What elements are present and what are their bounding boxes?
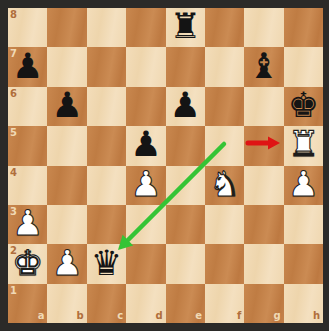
square-h4[interactable]: ♟ [284, 166, 323, 205]
square-e4[interactable] [166, 166, 205, 205]
rank-label-8: 8 [10, 10, 17, 20]
square-d7[interactable] [126, 47, 165, 86]
square-b1[interactable]: b [47, 284, 86, 323]
file-label-h: h [313, 311, 320, 321]
black-rook[interactable]: ♜ [170, 9, 201, 44]
square-h1[interactable]: h [284, 284, 323, 323]
square-h8[interactable] [284, 8, 323, 47]
white-king[interactable]: ♚ [12, 246, 43, 281]
square-h7[interactable] [284, 47, 323, 86]
square-d1[interactable]: d [126, 284, 165, 323]
square-c4[interactable] [87, 166, 126, 205]
file-label-g: g [274, 311, 281, 321]
square-h5[interactable]: ♜ [284, 126, 323, 165]
square-f4[interactable]: ♞ [205, 166, 244, 205]
square-g7[interactable]: ♝ [244, 47, 283, 86]
file-label-b: b [77, 311, 84, 321]
black-pawn[interactable]: ♟ [130, 127, 161, 162]
rank-label-5: 5 [10, 128, 17, 138]
square-f6[interactable] [205, 87, 244, 126]
square-g1[interactable]: g [244, 284, 283, 323]
square-c5[interactable] [87, 126, 126, 165]
rank-label-1: 1 [10, 286, 17, 296]
square-e5[interactable] [166, 126, 205, 165]
square-b4[interactable] [47, 166, 86, 205]
square-f2[interactable] [205, 244, 244, 283]
square-d8[interactable] [126, 8, 165, 47]
square-a1[interactable]: 1a [8, 284, 47, 323]
chess-app: { "game": "chess", "position": { "fen": … [0, 0, 329, 331]
square-c8[interactable] [87, 8, 126, 47]
white-pawn[interactable]: ♟ [130, 167, 161, 202]
square-f1[interactable]: f [205, 284, 244, 323]
square-g8[interactable] [244, 8, 283, 47]
white-rook[interactable]: ♜ [288, 127, 319, 162]
square-c6[interactable] [87, 87, 126, 126]
white-pawn[interactable]: ♟ [288, 167, 319, 202]
white-pawn[interactable]: ♟ [12, 206, 43, 241]
white-knight[interactable]: ♞ [209, 167, 240, 202]
square-b3[interactable] [47, 205, 86, 244]
square-c2[interactable]: ♛ [87, 244, 126, 283]
square-b6[interactable]: ♟ [47, 87, 86, 126]
square-e7[interactable] [166, 47, 205, 86]
square-c3[interactable] [87, 205, 126, 244]
square-f8[interactable] [205, 8, 244, 47]
square-f7[interactable] [205, 47, 244, 86]
file-label-d: d [155, 311, 162, 321]
square-e1[interactable]: e [166, 284, 205, 323]
square-c1[interactable]: c [87, 284, 126, 323]
black-bishop[interactable]: ♝ [248, 49, 279, 84]
file-label-f: f [237, 311, 241, 321]
square-e6[interactable]: ♟ [166, 87, 205, 126]
square-a7[interactable]: 7♟ [8, 47, 47, 86]
square-b7[interactable] [47, 47, 86, 86]
square-e8[interactable]: ♜ [166, 8, 205, 47]
square-g6[interactable] [244, 87, 283, 126]
black-pawn[interactable]: ♟ [51, 88, 82, 123]
square-h6[interactable]: ♚ [284, 87, 323, 126]
black-king[interactable]: ♚ [288, 88, 319, 123]
white-pawn[interactable]: ♟ [51, 246, 82, 281]
square-d6[interactable] [126, 87, 165, 126]
rank-label-6: 6 [10, 89, 17, 99]
file-label-e: e [195, 311, 202, 321]
square-h3[interactable] [284, 205, 323, 244]
square-a4[interactable]: 4 [8, 166, 47, 205]
square-a5[interactable]: 5 [8, 126, 47, 165]
square-b2[interactable]: ♟ [47, 244, 86, 283]
square-g5[interactable] [244, 126, 283, 165]
square-a3[interactable]: 3♟ [8, 205, 47, 244]
black-queen[interactable]: ♛ [91, 246, 122, 281]
square-d5[interactable]: ♟ [126, 126, 165, 165]
square-g2[interactable] [244, 244, 283, 283]
square-b8[interactable] [47, 8, 86, 47]
rank-label-4: 4 [10, 168, 17, 178]
black-pawn[interactable]: ♟ [12, 49, 43, 84]
square-g4[interactable] [244, 166, 283, 205]
square-c7[interactable] [87, 47, 126, 86]
square-f3[interactable] [205, 205, 244, 244]
square-a8[interactable]: 8 [8, 8, 47, 47]
chess-board: 8♜7♟♝6♟♟♚5♟♜4♟♞♟3♟2♚♟♛1abcdefgh [8, 8, 323, 323]
square-e3[interactable] [166, 205, 205, 244]
square-a6[interactable]: 6 [8, 87, 47, 126]
square-f5[interactable] [205, 126, 244, 165]
file-label-c: c [117, 311, 123, 321]
square-b5[interactable] [47, 126, 86, 165]
square-h2[interactable] [284, 244, 323, 283]
square-d4[interactable]: ♟ [126, 166, 165, 205]
square-a2[interactable]: 2♚ [8, 244, 47, 283]
square-e2[interactable] [166, 244, 205, 283]
square-d2[interactable] [126, 244, 165, 283]
square-g3[interactable] [244, 205, 283, 244]
square-d3[interactable] [126, 205, 165, 244]
file-label-a: a [38, 311, 45, 321]
black-pawn[interactable]: ♟ [170, 88, 201, 123]
